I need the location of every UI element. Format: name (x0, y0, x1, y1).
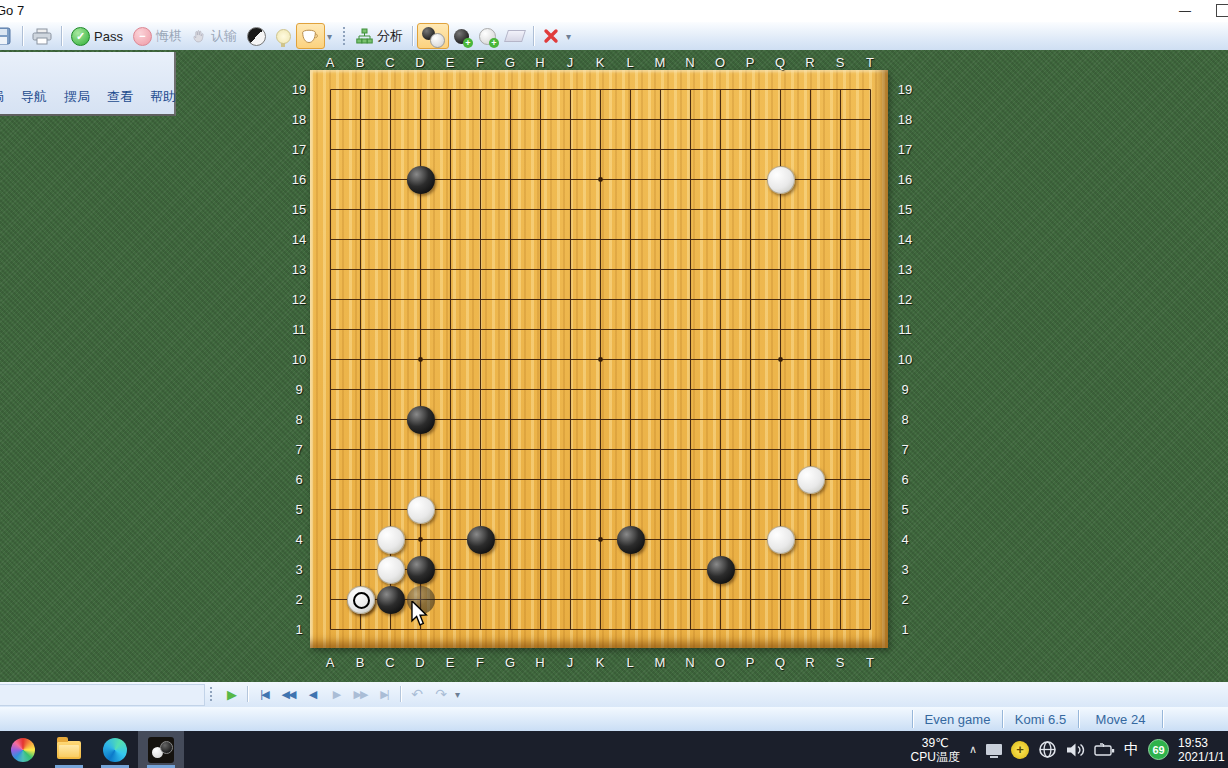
taskbar-tray: 39℃ CPU温度 ∧ + 中 69 19:53 (907, 731, 1228, 768)
coord-label-bottom: S (829, 655, 851, 669)
coord-label-top: L (619, 55, 641, 69)
coord-label-left: 9 (288, 382, 310, 396)
coord-label-top: O (709, 55, 731, 69)
coord-label-bottom: C (379, 655, 401, 669)
ime-indicator[interactable]: 中 (1124, 740, 1139, 759)
pass-label: Pass (94, 29, 123, 44)
swap-color-button[interactable] (242, 24, 271, 48)
toolbar-separator (412, 26, 413, 46)
coord-label-right: 19 (894, 82, 916, 96)
lightbulb-icon (276, 29, 291, 44)
coord-label-top: F (469, 55, 491, 69)
main-toolbar: ✓ Pass − 悔棋 认输 ▾ 分析 + (0, 22, 1228, 51)
coord-label-left: 17 (288, 142, 310, 156)
add-black-stone-button[interactable]: + (449, 24, 474, 48)
coord-label-left: 16 (288, 172, 310, 186)
app-window: Go 7 — ✓ Pass − 悔棋 认输 (0, 0, 1228, 768)
stone-black (407, 166, 435, 194)
coord-label-left: 1 (288, 622, 310, 636)
undo-minus-icon: − (133, 27, 152, 46)
stone-black (407, 406, 435, 434)
coord-label-bottom: D (409, 655, 431, 669)
last-move-marker (353, 592, 370, 609)
coord-label-top: C (379, 55, 401, 69)
playback-controls: ▶ |◀ ◀◀ ◀ ▶ ▶▶ ▶| ↶ ↷ ▾ (207, 683, 462, 705)
coord-label-bottom: K (589, 655, 611, 669)
coord-label-right: 8 (894, 412, 916, 426)
coord-label-left: 18 (288, 112, 310, 126)
coord-label-right: 1 (894, 622, 916, 636)
stone-black (407, 556, 435, 584)
battery-icon[interactable] (1094, 743, 1115, 757)
coord-label-right: 4 (894, 532, 916, 546)
network-globe-icon[interactable] (1038, 740, 1057, 759)
coord-label-top: N (679, 55, 701, 69)
coord-label-top: G (499, 55, 521, 69)
coord-label-right: 6 (894, 472, 916, 486)
white-stone-plus-icon: + (479, 28, 496, 45)
coord-label-right: 12 (894, 292, 916, 306)
toolbar-separator (22, 26, 23, 46)
stone-white (377, 526, 405, 554)
menu-item-navigate[interactable]: 导航 (21, 88, 47, 106)
alternate-play-button[interactable] (417, 23, 449, 49)
pass-button[interactable]: ✓ Pass (66, 24, 128, 48)
edge-browser-icon (103, 738, 127, 762)
resign-label: 认输 (211, 27, 237, 45)
coord-label-right: 11 (894, 322, 916, 336)
coord-label-left: 19 (288, 82, 310, 96)
coord-label-left: 8 (288, 412, 310, 426)
tray-badge-69[interactable]: 69 (1148, 739, 1169, 760)
coord-label-bottom: P (739, 655, 761, 669)
minimize-button[interactable]: — (1168, 0, 1202, 22)
coord-label-top: H (529, 55, 551, 69)
black-stone-plus-icon: + (454, 29, 469, 44)
coord-label-top: K (589, 55, 611, 69)
coord-label-bottom: M (649, 655, 671, 669)
coord-label-top: E (439, 55, 461, 69)
cpu-temperature: 39℃ CPU温度 (911, 736, 960, 764)
stones-pair-icon (422, 27, 444, 45)
stone-white (377, 556, 405, 584)
status-move-number: Move 24 (1078, 710, 1162, 728)
windows-taskbar: 39℃ CPU温度 ∧ + 中 69 19:53 (0, 731, 1228, 768)
stone-white (767, 166, 795, 194)
coord-label-left: 14 (288, 232, 310, 246)
coord-label-left: 2 (288, 592, 310, 606)
coord-label-bottom: H (529, 655, 551, 669)
clock-time: 19:53 (1178, 736, 1228, 750)
stone-white (767, 526, 795, 554)
coord-label-left: 12 (288, 292, 310, 306)
save-icon[interactable] (0, 27, 11, 45)
analysis-label: 分析 (377, 27, 403, 45)
menu-item-setup[interactable]: 摆局 (64, 88, 90, 106)
toolbar-overflow-icon[interactable]: ▾ (327, 31, 332, 42)
coord-label-top: J (559, 55, 581, 69)
coord-label-bottom: J (559, 655, 581, 669)
fast-back-button[interactable]: ◀◀ (276, 684, 300, 704)
erase-stone-button[interactable] (501, 24, 529, 48)
coord-label-bottom: A (319, 655, 341, 669)
add-white-stone-button[interactable]: + (474, 24, 501, 48)
restore-button[interactable] (1216, 4, 1228, 17)
mouse-cursor (410, 601, 429, 627)
coord-label-top: B (349, 55, 371, 69)
window-title: Go 7 (0, 3, 24, 18)
game-area: 局 导航 摆局 查看 帮助 AABBCCDDEEFFGGHHJJKKLLMMNN… (0, 50, 1228, 682)
red-x-icon (543, 28, 559, 44)
coord-label-top: P (739, 55, 761, 69)
taskbar-app-go[interactable] (138, 731, 184, 768)
tray-plus-icon[interactable]: + (1011, 741, 1029, 759)
toolbar-separator (533, 26, 534, 46)
eraser-icon (504, 30, 526, 42)
stone-white-last-move (347, 586, 375, 614)
coord-label-top: Q (769, 55, 791, 69)
resign-hand-icon (192, 28, 207, 44)
coord-label-top: M (649, 55, 671, 69)
undo-move-button[interactable]: − 悔棋 (128, 24, 187, 48)
stone-black (377, 586, 405, 614)
playback-overflow-icon[interactable]: ▾ (455, 689, 460, 700)
resign-button[interactable]: 认输 (187, 24, 242, 48)
playback-separator (400, 686, 401, 702)
coord-label-left: 15 (288, 202, 310, 216)
coord-label-bottom: B (349, 655, 371, 669)
forward-button[interactable]: ▶ (324, 684, 348, 704)
coord-label-top: T (859, 55, 881, 69)
coord-label-right: 13 (894, 262, 916, 276)
stone-black (617, 526, 645, 554)
next-variation-button[interactable]: ↷ (429, 684, 453, 704)
stone-black (707, 556, 735, 584)
title-bar: Go 7 — (0, 0, 1228, 22)
pass-check-icon: ✓ (71, 27, 90, 46)
coord-label-left: 13 (288, 262, 310, 276)
coord-label-right: 5 (894, 502, 916, 516)
coord-label-left: 7 (288, 442, 310, 456)
coord-label-right: 16 (894, 172, 916, 186)
coord-label-right: 15 (894, 202, 916, 216)
black-white-disc-icon (247, 27, 266, 46)
coord-label-bottom: L (619, 655, 641, 669)
coord-label-bottom: N (679, 655, 701, 669)
toolbar-separator (61, 26, 62, 46)
empty-toolbar-dock (0, 684, 205, 706)
last-move-button[interactable]: ▶| (372, 684, 396, 704)
display-icon[interactable] (986, 744, 1002, 755)
coord-label-left: 10 (288, 352, 310, 366)
coord-label-left: 5 (288, 502, 310, 516)
coord-label-bottom: F (469, 655, 491, 669)
analysis-chart-icon (356, 28, 373, 44)
coord-label-right: 2 (894, 592, 916, 606)
coord-label-right: 18 (894, 112, 916, 126)
menu-item-view[interactable]: 查看 (107, 88, 133, 106)
status-komi: Komi 6.5 (1002, 710, 1078, 728)
coord-label-bottom: R (799, 655, 821, 669)
toolbar-grip[interactable] (342, 26, 346, 46)
stone-black (467, 526, 495, 554)
coord-label-left: 3 (288, 562, 310, 576)
coord-label-right: 7 (894, 442, 916, 456)
status-bar: Even game Komi 6.5 Move 24 (0, 707, 1228, 732)
folder-icon (57, 741, 81, 759)
taskbar-app-edge[interactable] (92, 731, 138, 768)
stone-white (797, 466, 825, 494)
coord-label-bottom: E (439, 655, 461, 669)
delete-button[interactable] (538, 24, 564, 48)
print-button[interactable] (27, 24, 57, 48)
coord-label-right: 14 (894, 232, 916, 246)
coord-label-top: D (409, 55, 431, 69)
undo-label: 悔棋 (156, 27, 182, 45)
toolbar-overflow-icon[interactable]: ▾ (566, 31, 571, 42)
coord-label-left: 11 (288, 322, 310, 336)
playback-grip[interactable] (209, 686, 213, 702)
coord-label-top: R (799, 55, 821, 69)
playback-bar: ▶ |◀ ◀◀ ◀ ▶ ▶▶ ▶| ↶ ↷ ▾ (0, 682, 1228, 708)
clock[interactable]: 19:53 2021/1/1 (1178, 736, 1228, 764)
colorwheel-icon (11, 738, 35, 762)
prev-variation-button[interactable]: ↶ (405, 684, 429, 704)
coord-label-left: 6 (288, 472, 310, 486)
coord-label-right: 9 (894, 382, 916, 396)
coord-label-top: S (829, 55, 851, 69)
floating-menu-bar: 局 导航 摆局 查看 帮助 (0, 52, 176, 116)
clock-date: 2021/1/1 (1178, 750, 1228, 764)
coord-label-right: 3 (894, 562, 916, 576)
analysis-button[interactable]: 分析 (351, 24, 408, 48)
coord-label-right: 17 (894, 142, 916, 156)
coord-label-bottom: G (499, 655, 521, 669)
go-app-icon (148, 737, 174, 763)
go-board[interactable] (310, 70, 888, 648)
stone-white (407, 496, 435, 524)
playback-separator (247, 686, 248, 702)
coord-label-top: A (319, 55, 341, 69)
coord-label-right: 10 (894, 352, 916, 366)
coffee-cup-icon (301, 29, 320, 44)
coord-label-bottom: T (859, 655, 881, 669)
coord-label-left: 4 (288, 532, 310, 546)
coord-label-bottom: Q (769, 655, 791, 669)
back-button[interactable]: ◀ (300, 684, 324, 704)
menu-item-help[interactable]: 帮助 (150, 88, 176, 106)
coord-label-bottom: O (709, 655, 731, 669)
hint-button[interactable] (271, 24, 296, 48)
menu-item-game[interactable]: 局 (0, 88, 4, 106)
printer-icon (32, 28, 52, 45)
fast-forward-button[interactable]: ▶▶ (348, 684, 372, 704)
status-handicap: Even game (912, 710, 1002, 728)
taskbar-app-explorer[interactable] (46, 731, 92, 768)
autoplay-button[interactable]: ▶ (219, 684, 243, 704)
tray-expand-icon[interactable]: ∧ (969, 743, 977, 756)
taskbar-app-colorwheel[interactable] (0, 731, 46, 768)
status-empty-pane (1162, 710, 1228, 728)
speaker-icon[interactable] (1066, 742, 1085, 758)
first-move-button[interactable]: |◀ (252, 684, 276, 704)
pondering-button[interactable] (296, 23, 325, 49)
